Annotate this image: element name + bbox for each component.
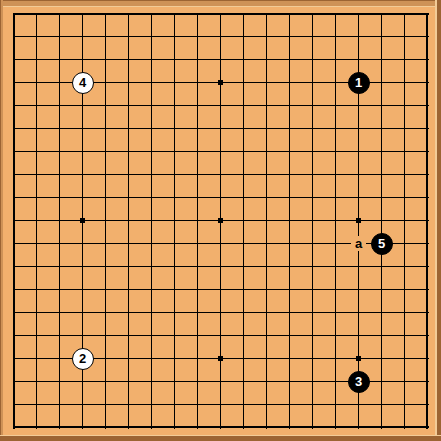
intersection[interactable] [324,232,347,255]
intersection[interactable] [140,278,163,301]
intersection[interactable] [301,48,324,71]
intersection[interactable] [278,94,301,117]
intersection[interactable] [278,301,301,324]
intersection[interactable] [209,140,232,163]
intersection[interactable] [370,255,393,278]
intersection[interactable] [71,140,94,163]
intersection[interactable] [209,255,232,278]
intersection[interactable] [2,370,25,393]
intersection[interactable] [71,416,94,439]
intersection[interactable] [140,324,163,347]
intersection[interactable] [94,117,117,140]
intersection[interactable] [301,94,324,117]
intersection[interactable] [48,278,71,301]
intersection[interactable] [94,232,117,255]
intersection[interactable] [278,117,301,140]
intersection[interactable] [278,186,301,209]
intersection[interactable] [324,301,347,324]
intersection[interactable] [186,232,209,255]
intersection[interactable] [278,2,301,25]
intersection[interactable] [163,209,186,232]
intersection[interactable] [232,324,255,347]
intersection[interactable] [94,140,117,163]
intersection[interactable] [255,71,278,94]
intersection[interactable] [94,163,117,186]
intersection[interactable] [393,301,416,324]
intersection[interactable] [94,25,117,48]
intersection[interactable] [416,2,439,25]
intersection[interactable] [416,71,439,94]
intersection[interactable] [416,255,439,278]
intersection[interactable] [209,232,232,255]
intersection[interactable] [278,232,301,255]
intersection[interactable] [324,278,347,301]
intersection[interactable] [163,347,186,370]
intersection[interactable] [48,255,71,278]
intersection[interactable] [301,2,324,25]
intersection[interactable] [140,393,163,416]
intersection[interactable] [163,255,186,278]
intersection[interactable] [347,209,370,232]
intersection[interactable] [278,48,301,71]
intersection[interactable] [48,186,71,209]
intersection[interactable] [347,186,370,209]
intersection[interactable] [140,94,163,117]
intersection[interactable] [71,301,94,324]
intersection[interactable] [2,140,25,163]
intersection[interactable] [140,140,163,163]
intersection[interactable] [140,25,163,48]
intersection[interactable] [347,94,370,117]
intersection[interactable] [370,48,393,71]
intersection[interactable] [301,186,324,209]
intersection[interactable] [163,278,186,301]
black-stone[interactable]: 1 [348,72,370,94]
intersection[interactable] [209,324,232,347]
intersection[interactable] [301,301,324,324]
intersection[interactable] [255,301,278,324]
intersection[interactable] [71,209,94,232]
intersection[interactable] [370,163,393,186]
intersection[interactable] [25,324,48,347]
intersection[interactable] [48,140,71,163]
intersection[interactable] [370,347,393,370]
intersection[interactable] [232,416,255,439]
intersection[interactable] [25,117,48,140]
intersection[interactable] [393,393,416,416]
intersection[interactable] [278,71,301,94]
intersection[interactable] [163,163,186,186]
intersection[interactable] [393,278,416,301]
intersection[interactable] [416,278,439,301]
intersection[interactable] [324,416,347,439]
intersection[interactable] [255,94,278,117]
intersection[interactable] [94,416,117,439]
intersection[interactable] [163,94,186,117]
intersection[interactable] [416,416,439,439]
intersection[interactable] [278,140,301,163]
intersection[interactable] [2,2,25,25]
intersection[interactable] [278,278,301,301]
intersection[interactable] [94,393,117,416]
intersection[interactable] [94,186,117,209]
intersection[interactable] [71,370,94,393]
intersection[interactable] [232,393,255,416]
intersection[interactable] [163,232,186,255]
intersection[interactable] [186,186,209,209]
intersection[interactable] [255,324,278,347]
intersection[interactable] [209,48,232,71]
intersection[interactable] [255,209,278,232]
intersection[interactable] [301,393,324,416]
intersection[interactable] [163,140,186,163]
intersection[interactable] [186,416,209,439]
intersection[interactable] [347,347,370,370]
intersection[interactable] [301,347,324,370]
intersection[interactable] [140,416,163,439]
intersection[interactable] [25,416,48,439]
intersection[interactable] [232,347,255,370]
intersection[interactable] [347,140,370,163]
intersection[interactable] [163,416,186,439]
intersection[interactable] [71,48,94,71]
intersection[interactable] [324,94,347,117]
intersection[interactable] [48,209,71,232]
intersection[interactable] [117,209,140,232]
intersection[interactable] [48,25,71,48]
intersection[interactable] [117,186,140,209]
intersection[interactable] [416,94,439,117]
intersection[interactable] [117,278,140,301]
intersection[interactable] [324,393,347,416]
intersection[interactable] [48,370,71,393]
intersection[interactable] [163,324,186,347]
intersection[interactable] [117,370,140,393]
intersection[interactable] [186,163,209,186]
intersection[interactable] [140,117,163,140]
intersection[interactable] [301,209,324,232]
intersection[interactable] [393,2,416,25]
intersection[interactable] [117,94,140,117]
intersection[interactable] [301,232,324,255]
intersection[interactable] [416,48,439,71]
intersection[interactable] [117,347,140,370]
intersection[interactable] [94,370,117,393]
intersection[interactable] [416,370,439,393]
intersection[interactable] [370,25,393,48]
intersection[interactable] [209,416,232,439]
intersection[interactable] [278,25,301,48]
intersection[interactable] [2,48,25,71]
intersection[interactable] [232,232,255,255]
intersection[interactable] [370,416,393,439]
intersection[interactable] [416,140,439,163]
intersection[interactable] [324,370,347,393]
intersection[interactable] [209,163,232,186]
intersection[interactable] [347,48,370,71]
intersection[interactable] [71,2,94,25]
intersection[interactable] [94,347,117,370]
intersection[interactable] [370,370,393,393]
intersection[interactable] [186,2,209,25]
intersection[interactable] [255,48,278,71]
intersection[interactable] [232,48,255,71]
intersection[interactable] [255,140,278,163]
intersection[interactable] [25,140,48,163]
intersection[interactable] [393,117,416,140]
intersection[interactable] [163,186,186,209]
intersection[interactable] [71,25,94,48]
intersection[interactable] [370,94,393,117]
intersection[interactable] [25,25,48,48]
intersection[interactable] [209,117,232,140]
intersection[interactable] [163,71,186,94]
intersection[interactable] [163,25,186,48]
intersection[interactable] [140,186,163,209]
intersection[interactable] [48,163,71,186]
intersection[interactable] [71,278,94,301]
intersection[interactable] [186,48,209,71]
intersection[interactable] [94,278,117,301]
intersection[interactable] [416,117,439,140]
intersection[interactable] [48,393,71,416]
intersection[interactable] [25,48,48,71]
intersection[interactable] [186,278,209,301]
intersection[interactable] [25,301,48,324]
intersection[interactable] [393,25,416,48]
intersection[interactable] [71,94,94,117]
intersection[interactable] [48,347,71,370]
intersection[interactable] [140,347,163,370]
intersection[interactable] [370,117,393,140]
intersection[interactable] [278,416,301,439]
intersection[interactable] [255,416,278,439]
intersection[interactable] [255,255,278,278]
intersection[interactable] [2,416,25,439]
intersection[interactable] [140,301,163,324]
intersection[interactable] [324,2,347,25]
intersection[interactable] [186,71,209,94]
intersection[interactable] [232,71,255,94]
intersection[interactable] [2,71,25,94]
intersection[interactable] [278,324,301,347]
intersection[interactable] [163,2,186,25]
intersection[interactable] [2,278,25,301]
intersection[interactable] [2,301,25,324]
intersection[interactable] [2,163,25,186]
intersection[interactable] [370,209,393,232]
intersection[interactable] [370,71,393,94]
intersection[interactable] [393,324,416,347]
intersection[interactable] [117,416,140,439]
intersection[interactable] [25,370,48,393]
intersection[interactable] [278,370,301,393]
intersection[interactable] [324,209,347,232]
intersection[interactable] [393,255,416,278]
intersection[interactable] [48,416,71,439]
intersection[interactable] [209,393,232,416]
intersection[interactable] [186,347,209,370]
intersection[interactable] [278,393,301,416]
black-stone[interactable]: 3 [348,371,370,393]
intersection[interactable] [232,209,255,232]
intersection[interactable] [48,71,71,94]
intersection[interactable] [71,117,94,140]
intersection[interactable] [163,48,186,71]
intersection[interactable] [186,140,209,163]
intersection[interactable] [163,370,186,393]
intersection[interactable] [25,2,48,25]
intersection[interactable] [117,393,140,416]
intersection[interactable] [347,416,370,439]
intersection[interactable] [255,163,278,186]
white-stone[interactable]: 4 [72,72,94,94]
intersection[interactable] [48,232,71,255]
intersection[interactable] [301,71,324,94]
intersection[interactable] [324,71,347,94]
intersection[interactable] [255,2,278,25]
intersection[interactable] [347,324,370,347]
intersection[interactable] [255,117,278,140]
intersection[interactable] [370,393,393,416]
intersection[interactable] [347,278,370,301]
intersection[interactable] [48,2,71,25]
intersection[interactable] [324,163,347,186]
intersection[interactable] [94,71,117,94]
intersection[interactable] [324,255,347,278]
intersection[interactable] [393,140,416,163]
intersection[interactable] [71,255,94,278]
intersection[interactable] [25,393,48,416]
intersection[interactable] [209,347,232,370]
intersection[interactable] [71,232,94,255]
intersection[interactable] [117,324,140,347]
intersection[interactable] [324,347,347,370]
intersection[interactable] [232,255,255,278]
intersection[interactable] [209,94,232,117]
intersection[interactable] [301,278,324,301]
intersection[interactable] [2,209,25,232]
intersection[interactable] [25,255,48,278]
intersection[interactable] [117,301,140,324]
intersection[interactable] [140,163,163,186]
intersection[interactable] [393,94,416,117]
intersection[interactable] [209,2,232,25]
intersection[interactable] [232,186,255,209]
intersection[interactable] [232,94,255,117]
intersection[interactable] [140,255,163,278]
intersection[interactable] [393,347,416,370]
intersection[interactable] [347,25,370,48]
intersection[interactable] [393,186,416,209]
intersection[interactable] [232,278,255,301]
intersection[interactable] [255,186,278,209]
intersection[interactable] [370,301,393,324]
intersection[interactable] [324,324,347,347]
intersection[interactable] [301,416,324,439]
intersection[interactable] [347,2,370,25]
intersection[interactable] [140,2,163,25]
intersection[interactable] [71,186,94,209]
intersection[interactable] [301,117,324,140]
intersection[interactable] [370,324,393,347]
intersection[interactable] [48,117,71,140]
intersection[interactable] [301,255,324,278]
intersection[interactable] [48,94,71,117]
intersection[interactable] [186,117,209,140]
intersection[interactable] [2,232,25,255]
intersection[interactable] [186,393,209,416]
intersection[interactable] [140,71,163,94]
intersection[interactable] [324,25,347,48]
intersection[interactable] [370,140,393,163]
intersection[interactable] [416,209,439,232]
intersection[interactable] [347,301,370,324]
intersection[interactable] [301,140,324,163]
intersection[interactable] [278,163,301,186]
intersection[interactable] [232,163,255,186]
intersection[interactable] [94,94,117,117]
intersection[interactable] [209,301,232,324]
intersection[interactable] [255,232,278,255]
intersection[interactable] [416,301,439,324]
intersection[interactable] [117,117,140,140]
intersection[interactable] [25,278,48,301]
intersection[interactable] [416,25,439,48]
intersection[interactable] [2,25,25,48]
intersection[interactable] [163,393,186,416]
intersection[interactable] [2,324,25,347]
intersection[interactable] [370,278,393,301]
intersection[interactable] [117,255,140,278]
intersection[interactable] [71,324,94,347]
intersection[interactable] [71,163,94,186]
intersection[interactable] [209,25,232,48]
intersection[interactable] [94,255,117,278]
intersection[interactable] [393,71,416,94]
intersection[interactable] [393,163,416,186]
intersection[interactable] [163,301,186,324]
intersection[interactable] [163,117,186,140]
intersection[interactable] [416,186,439,209]
intersection[interactable] [347,255,370,278]
intersection[interactable] [117,163,140,186]
black-stone[interactable]: 5 [371,233,393,255]
intersection[interactable] [25,163,48,186]
intersection[interactable] [2,393,25,416]
intersection[interactable] [209,278,232,301]
intersection[interactable] [94,48,117,71]
intersection[interactable] [48,301,71,324]
intersection[interactable] [186,301,209,324]
intersection[interactable] [232,370,255,393]
intersection[interactable] [94,2,117,25]
intersection[interactable] [255,25,278,48]
intersection[interactable] [94,324,117,347]
intersection[interactable] [186,94,209,117]
intersection[interactable] [393,232,416,255]
intersection[interactable] [2,186,25,209]
intersection[interactable] [2,117,25,140]
intersection[interactable] [301,163,324,186]
intersection[interactable] [186,324,209,347]
intersection[interactable] [140,48,163,71]
intersection[interactable] [186,209,209,232]
intersection[interactable] [324,48,347,71]
intersection[interactable] [255,347,278,370]
intersection[interactable] [140,370,163,393]
intersection[interactable] [232,117,255,140]
